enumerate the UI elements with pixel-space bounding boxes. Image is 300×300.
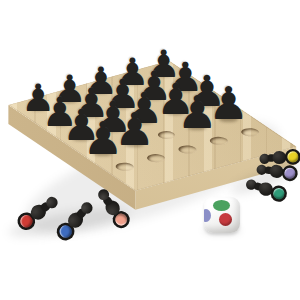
pawn-glyph: ♟ [177, 95, 218, 131]
pawn-base-yellow [287, 151, 299, 163]
pawn-base-green [272, 186, 286, 200]
die-left-face-blue-dot [204, 209, 211, 222]
pawn-body [269, 164, 285, 179]
standing-pawn[interactable]: ♟ [215, 85, 243, 122]
board-hole[interactable] [175, 144, 200, 155]
standing-pawn[interactable]: ♟ [89, 120, 117, 157]
die-top-face-green-dot [213, 200, 230, 211]
pawn-base-purple [284, 167, 297, 180]
pawn-glyph: ♟ [83, 121, 124, 157]
standing-pawn[interactable]: ♟ [121, 111, 149, 148]
memory-chess-product-photo: ♟♟♟♟♟♟♟♟♟♟♟♟♟♟♟♟♟♟♟ [0, 0, 300, 300]
standing-pawn[interactable]: ♟ [183, 94, 211, 131]
pawn-body [272, 151, 287, 165]
color-die[interactable] [204, 197, 240, 233]
die-front-face-red-dot [219, 213, 232, 226]
